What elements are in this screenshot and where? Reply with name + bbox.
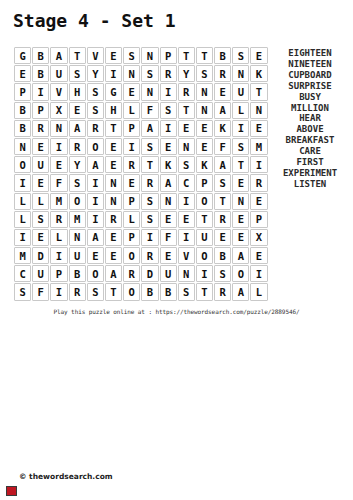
grid-cell: K (214, 120, 231, 137)
word-list-item: HEAR (270, 113, 350, 124)
grid-cell: T (69, 47, 86, 64)
grid-cell: N (50, 120, 67, 137)
grid-cell: Y (69, 156, 86, 173)
grid-cell: E (105, 229, 122, 246)
grid-cell: E (250, 193, 267, 210)
grid-cell: R (87, 120, 104, 137)
grid-cell: K (250, 65, 267, 82)
grid-cell: B (214, 47, 231, 64)
grid-cell: L (14, 193, 31, 210)
grid-cell: B (141, 283, 158, 300)
grid-cell: V (50, 83, 67, 100)
grid-cell: O (123, 283, 140, 300)
grid-cell: U (69, 247, 86, 264)
grid-cell: O (87, 265, 104, 282)
grid-cell: K (196, 156, 213, 173)
grid-cell: I (87, 211, 104, 228)
grid-cell: S (196, 65, 213, 82)
grid-cell: T (250, 83, 267, 100)
grid-cell: V (178, 247, 195, 264)
grid-cell: O (196, 193, 213, 210)
grid-cell: F (32, 283, 49, 300)
grid-cell: E (105, 247, 122, 264)
grid-cell: E (87, 247, 104, 264)
grid-cell: T (105, 120, 122, 137)
grid-cell: M (69, 211, 86, 228)
grid-cell: B (32, 47, 49, 64)
thewordsearch-logo (6, 486, 17, 496)
grid-cell: E (32, 138, 49, 155)
word-list-item: BUSY (270, 92, 350, 103)
word-list-item: EIGHTEEN (270, 48, 350, 59)
grid-cell: F (141, 102, 158, 119)
grid-cell: H (69, 83, 86, 100)
word-list-item: EXPERIMENT (270, 168, 350, 179)
grid-cell: U (50, 65, 67, 82)
grid-cell: R (141, 174, 158, 191)
grid-cell: I (14, 174, 31, 191)
grid-cell: F (50, 174, 67, 191)
grid-cell: S (214, 265, 231, 282)
grid-cell: E (196, 138, 213, 155)
word-list-item: NINETEEN (270, 59, 350, 70)
grid-cell: S (14, 283, 31, 300)
grid-cell: E (232, 229, 249, 246)
grid-cell: I (196, 265, 213, 282)
word-list-item: FIRST (270, 157, 350, 168)
grid-cell: N (196, 102, 213, 119)
grid-cell: B (69, 265, 86, 282)
grid-cell: N (196, 83, 213, 100)
grid-cell: B (32, 65, 49, 82)
grid-cell: O (69, 193, 86, 210)
grid-cell: T (141, 156, 158, 173)
grid-cell: E (196, 120, 213, 137)
word-list-item: MILLION (270, 103, 350, 114)
grid-cell: E (178, 120, 195, 137)
grid-cell: S (232, 47, 249, 64)
word-list-item: CARE (270, 146, 350, 157)
grid-cell: P (250, 211, 267, 228)
grid-cell: S (87, 83, 104, 100)
grid-cell: R (32, 120, 49, 137)
grid-cell: P (160, 47, 177, 64)
grid-cell: R (69, 138, 86, 155)
grid-cell: A (160, 174, 177, 191)
word-search-grid: GBATVESNPTTBSEEBUSYINSRYSRNKPIVHSGENIRNE… (14, 47, 268, 301)
grid-cell: L (32, 193, 49, 210)
grid-cell: E (214, 83, 231, 100)
grid-cell: B (214, 247, 231, 264)
grid-cell: N (232, 65, 249, 82)
grid-cell: E (32, 174, 49, 191)
grid-cell: E (160, 211, 177, 228)
grid-cell: L (123, 211, 140, 228)
grid-cell: O (14, 156, 31, 173)
grid-cell: S (160, 102, 177, 119)
grid-cell: A (214, 156, 231, 173)
grid-cell: N (123, 65, 140, 82)
grid-cell: A (141, 120, 158, 137)
play-online-note: Play this puzzle online at : https://the… (0, 308, 353, 315)
grid-cell: L (250, 283, 267, 300)
grid-cell: S (32, 211, 49, 228)
grid-cell: T (214, 193, 231, 210)
grid-cell: I (50, 247, 67, 264)
grid-cell: I (160, 83, 177, 100)
grid-cell: E (214, 229, 231, 246)
grid-cell: M (50, 193, 67, 210)
grid-cell: E (178, 211, 195, 228)
grid-cell: S (232, 138, 249, 155)
grid-cell: I (32, 83, 49, 100)
grid-cell: H (105, 102, 122, 119)
grid-cell: A (87, 156, 104, 173)
grid-cell: N (178, 265, 195, 282)
grid-cell: L (14, 211, 31, 228)
grid-cell: P (32, 102, 49, 119)
grid-cell: B (160, 283, 177, 300)
grid-cell: A (87, 229, 104, 246)
grid-cell: B (14, 102, 31, 119)
grid-cell: T (196, 211, 213, 228)
word-list: EIGHTEENNINETEENCUPBOARDSURPRISEBUSYMILL… (270, 48, 350, 190)
grid-cell: U (196, 229, 213, 246)
grid-cell: U (32, 156, 49, 173)
grid-cell: F (214, 138, 231, 155)
grid-cell: S (87, 283, 104, 300)
grid-cell: I (232, 120, 249, 137)
grid-cell: T (232, 156, 249, 173)
grid-cell: E (250, 47, 267, 64)
grid-cell: S (141, 193, 158, 210)
grid-cell: S (123, 47, 140, 64)
grid-cell: R (214, 211, 231, 228)
grid-cell: N (105, 174, 122, 191)
grid-cell: F (160, 229, 177, 246)
grid-cell: E (105, 156, 122, 173)
grid-cell: A (232, 247, 249, 264)
grid-cell: E (50, 156, 67, 173)
grid-cell: S (141, 211, 158, 228)
grid-cell: Y (87, 65, 104, 82)
grid-cell: P (14, 83, 31, 100)
grid-cell: L (123, 102, 140, 119)
grid-cell: L (50, 229, 67, 246)
grid-cell: S (141, 138, 158, 155)
grid-cell: A (105, 265, 122, 282)
grid-cell: T (178, 47, 195, 64)
grid-cell: T (105, 283, 122, 300)
grid-cell: K (160, 156, 177, 173)
grid-cell: T (196, 283, 213, 300)
grid-cell: I (141, 229, 158, 246)
page-title: Stage 4 - Set 1 (13, 10, 176, 31)
grid-cell: P (123, 193, 140, 210)
grid-cell: I (250, 265, 267, 282)
grid-cell: S (69, 65, 86, 82)
grid-cell: E (250, 247, 267, 264)
grid-cell: N (141, 47, 158, 64)
grid-cell: G (105, 83, 122, 100)
grid-cell: O (196, 247, 213, 264)
grid-cell: S (214, 174, 231, 191)
grid-cell: N (250, 102, 267, 119)
grid-cell: S (178, 156, 195, 173)
grid-cell: Y (178, 65, 195, 82)
grid-cell: I (250, 156, 267, 173)
grid-cell: M (14, 247, 31, 264)
grid-cell: I (14, 229, 31, 246)
grid-cell: E (160, 247, 177, 264)
grid-cell: R (123, 156, 140, 173)
grid-cell: I (87, 193, 104, 210)
grid-cell: U (32, 265, 49, 282)
grid-cell: I (50, 138, 67, 155)
grid-cell: I (178, 193, 195, 210)
grid-cell: S (69, 174, 86, 191)
grid-cell: G (14, 47, 31, 64)
grid-cell: R (105, 211, 122, 228)
grid-cell: N (105, 193, 122, 210)
grid-cell: S (178, 283, 195, 300)
grid-cell: R (160, 65, 177, 82)
word-list-item: LISTEN (270, 179, 350, 190)
grid-cell: R (69, 283, 86, 300)
grid-cell: T (196, 47, 213, 64)
grid-cell: T (178, 102, 195, 119)
grid-cell: R (214, 65, 231, 82)
grid-cell: P (50, 265, 67, 282)
grid-cell: E (232, 211, 249, 228)
grid-cell: E (123, 174, 140, 191)
word-list-item: BREAKFAST (270, 135, 350, 146)
grid-cell: P (123, 229, 140, 246)
grid-cell: A (50, 47, 67, 64)
grid-cell: I (160, 120, 177, 137)
grid-cell: E (232, 174, 249, 191)
grid-cell: I (178, 229, 195, 246)
grid-cell: R (50, 211, 67, 228)
grid-cell: A (214, 102, 231, 119)
puzzle-page: Stage 4 - Set 1 GBATVESNPTTBSEEBUSYINSRY… (0, 0, 353, 500)
grid-cell: E (105, 47, 122, 64)
grid-cell: V (87, 47, 104, 64)
grid-cell: N (141, 83, 158, 100)
grid-cell: I (87, 174, 104, 191)
grid-cell: N (14, 138, 31, 155)
grid-cell: O (232, 265, 249, 282)
grid-cell: P (196, 174, 213, 191)
grid-cell: U (232, 83, 249, 100)
grid-cell: X (50, 102, 67, 119)
grid-cell: P (123, 120, 140, 137)
grid-cell: E (250, 120, 267, 137)
word-list-item: CUPBOARD (270, 70, 350, 81)
grid-cell: N (69, 229, 86, 246)
grid-cell: N (160, 193, 177, 210)
grid-cell: E (123, 83, 140, 100)
grid-cell: D (32, 247, 49, 264)
grid-cell: L (232, 102, 249, 119)
grid-cell: C (178, 174, 195, 191)
grid-cell: A (69, 120, 86, 137)
grid-cell: U (160, 265, 177, 282)
grid-cell: O (87, 138, 104, 155)
grid-cell: O (123, 247, 140, 264)
grid-cell: X (250, 229, 267, 246)
grid-cell: E (32, 229, 49, 246)
grid-cell: R (214, 283, 231, 300)
grid-cell: R (250, 174, 267, 191)
grid-cell: E (105, 138, 122, 155)
grid-cell: I (105, 65, 122, 82)
grid-cell: I (123, 138, 140, 155)
grid-cell: E (160, 138, 177, 155)
word-list-item: SURPRISE (270, 81, 350, 92)
copyright-text: © thewordsearch.com (19, 472, 113, 481)
grid-cell: S (141, 65, 158, 82)
grid-cell: D (141, 265, 158, 282)
grid-cell: R (123, 265, 140, 282)
grid-cell: E (69, 102, 86, 119)
grid-cell: S (87, 102, 104, 119)
grid-cell: M (250, 138, 267, 155)
grid-cell: R (178, 83, 195, 100)
grid-cell: I (50, 283, 67, 300)
grid-cell: C (14, 265, 31, 282)
grid-cell: E (14, 65, 31, 82)
grid-cell: N (178, 138, 195, 155)
grid-cell: R (141, 247, 158, 264)
grid-cell: B (14, 120, 31, 137)
word-list-item: ABOVE (270, 124, 350, 135)
grid-cell: A (232, 283, 249, 300)
grid-cell: N (232, 193, 249, 210)
